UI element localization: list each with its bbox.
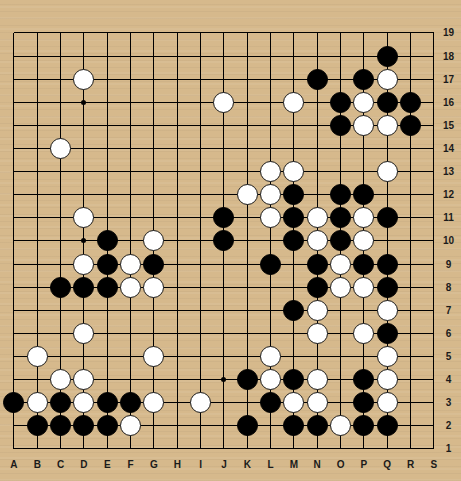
intersection-E9[interactable] (96, 252, 119, 275)
intersection-O8[interactable] (329, 276, 352, 299)
intersection-O4[interactable] (329, 368, 352, 391)
intersection-L18[interactable] (259, 45, 282, 68)
intersection-L12[interactable] (259, 183, 282, 206)
intersection-N3[interactable] (306, 391, 329, 414)
intersection-A8[interactable] (2, 276, 25, 299)
intersection-G15[interactable] (142, 114, 165, 137)
intersection-C8[interactable] (49, 276, 72, 299)
intersection-N13[interactable] (306, 160, 329, 183)
intersection-J19[interactable] (212, 21, 235, 44)
intersection-A1[interactable] (2, 437, 25, 460)
intersection-N15[interactable] (306, 114, 329, 137)
intersection-G13[interactable] (142, 160, 165, 183)
intersection-M18[interactable] (282, 45, 305, 68)
intersection-N6[interactable] (306, 322, 329, 345)
intersection-L16[interactable] (259, 91, 282, 114)
intersection-J4[interactable] (212, 368, 235, 391)
intersection-Q9[interactable] (376, 252, 399, 275)
intersection-E5[interactable] (96, 345, 119, 368)
intersection-J9[interactable] (212, 252, 235, 275)
intersection-D10[interactable] (72, 229, 95, 252)
intersection-F9[interactable] (119, 252, 142, 275)
intersection-B12[interactable] (26, 183, 49, 206)
intersection-H3[interactable] (166, 391, 189, 414)
intersection-H10[interactable] (166, 229, 189, 252)
intersection-N11[interactable] (306, 206, 329, 229)
intersection-R15[interactable] (399, 114, 422, 137)
intersection-A4[interactable] (2, 368, 25, 391)
intersection-L2[interactable] (259, 414, 282, 437)
intersection-B4[interactable] (26, 368, 49, 391)
intersection-P13[interactable] (352, 160, 375, 183)
intersection-P18[interactable] (352, 45, 375, 68)
intersection-A14[interactable] (2, 137, 25, 160)
intersection-R2[interactable] (399, 414, 422, 437)
intersection-Q12[interactable] (376, 183, 399, 206)
intersection-D13[interactable] (72, 160, 95, 183)
intersection-G14[interactable] (142, 137, 165, 160)
intersection-B7[interactable] (26, 299, 49, 322)
intersection-C13[interactable] (49, 160, 72, 183)
intersection-P11[interactable] (352, 206, 375, 229)
intersection-I6[interactable] (189, 322, 212, 345)
intersection-I16[interactable] (189, 91, 212, 114)
intersection-F5[interactable] (119, 345, 142, 368)
intersection-E16[interactable] (96, 91, 119, 114)
intersection-A18[interactable] (2, 45, 25, 68)
intersection-A10[interactable] (2, 229, 25, 252)
intersection-R16[interactable] (399, 91, 422, 114)
intersection-F6[interactable] (119, 322, 142, 345)
intersection-E1[interactable] (96, 437, 119, 460)
intersection-F7[interactable] (119, 299, 142, 322)
intersection-I13[interactable] (189, 160, 212, 183)
intersection-M10[interactable] (282, 229, 305, 252)
intersection-H9[interactable] (166, 252, 189, 275)
intersection-K13[interactable] (236, 160, 259, 183)
intersection-B14[interactable] (26, 137, 49, 160)
intersection-F3[interactable] (119, 391, 142, 414)
intersection-K9[interactable] (236, 252, 259, 275)
intersection-E12[interactable] (96, 183, 119, 206)
intersection-G2[interactable] (142, 414, 165, 437)
intersection-P2[interactable] (352, 414, 375, 437)
intersection-P7[interactable] (352, 299, 375, 322)
intersection-L11[interactable] (259, 206, 282, 229)
intersection-K17[interactable] (236, 68, 259, 91)
intersection-M5[interactable] (282, 345, 305, 368)
intersection-R11[interactable] (399, 206, 422, 229)
intersection-B3[interactable] (26, 391, 49, 414)
intersection-B13[interactable] (26, 160, 49, 183)
intersection-A15[interactable] (2, 114, 25, 137)
intersection-G6[interactable] (142, 322, 165, 345)
intersection-G5[interactable] (142, 345, 165, 368)
intersection-R10[interactable] (399, 229, 422, 252)
intersection-M2[interactable] (282, 414, 305, 437)
intersection-I5[interactable] (189, 345, 212, 368)
intersection-R12[interactable] (399, 183, 422, 206)
intersection-R9[interactable] (399, 252, 422, 275)
intersection-R7[interactable] (399, 299, 422, 322)
intersection-B18[interactable] (26, 45, 49, 68)
intersection-O11[interactable] (329, 206, 352, 229)
intersection-O19[interactable] (329, 21, 352, 44)
intersection-C10[interactable] (49, 229, 72, 252)
intersection-P5[interactable] (352, 345, 375, 368)
intersection-D4[interactable] (72, 368, 95, 391)
intersection-I8[interactable] (189, 276, 212, 299)
intersection-J13[interactable] (212, 160, 235, 183)
intersection-P1[interactable] (352, 437, 375, 460)
intersection-L9[interactable] (259, 252, 282, 275)
intersection-G7[interactable] (142, 299, 165, 322)
intersection-G16[interactable] (142, 91, 165, 114)
intersection-A6[interactable] (2, 322, 25, 345)
intersection-G12[interactable] (142, 183, 165, 206)
intersection-H12[interactable] (166, 183, 189, 206)
intersection-D1[interactable] (72, 437, 95, 460)
intersection-J15[interactable] (212, 114, 235, 137)
intersection-A7[interactable] (2, 299, 25, 322)
intersection-E7[interactable] (96, 299, 119, 322)
intersection-O15[interactable] (329, 114, 352, 137)
intersection-M14[interactable] (282, 137, 305, 160)
intersection-M11[interactable] (282, 206, 305, 229)
intersection-B19[interactable] (26, 21, 49, 44)
intersection-M9[interactable] (282, 252, 305, 275)
intersection-J10[interactable] (212, 229, 235, 252)
intersection-O14[interactable] (329, 137, 352, 160)
intersection-I14[interactable] (189, 137, 212, 160)
intersection-E19[interactable] (96, 21, 119, 44)
intersection-M3[interactable] (282, 391, 305, 414)
intersection-C5[interactable] (49, 345, 72, 368)
intersection-R14[interactable] (399, 137, 422, 160)
intersection-B2[interactable] (26, 414, 49, 437)
intersection-D11[interactable] (72, 206, 95, 229)
intersection-O17[interactable] (329, 68, 352, 91)
intersection-F10[interactable] (119, 229, 142, 252)
intersection-Q3[interactable] (376, 391, 399, 414)
intersection-P9[interactable] (352, 252, 375, 275)
intersection-A2[interactable] (2, 414, 25, 437)
intersection-G11[interactable] (142, 206, 165, 229)
intersection-Q8[interactable] (376, 276, 399, 299)
intersection-O16[interactable] (329, 91, 352, 114)
intersection-L3[interactable] (259, 391, 282, 414)
intersection-H4[interactable] (166, 368, 189, 391)
intersection-B16[interactable] (26, 91, 49, 114)
intersection-K19[interactable] (236, 21, 259, 44)
intersection-K12[interactable] (236, 183, 259, 206)
intersection-O6[interactable] (329, 322, 352, 345)
intersection-H1[interactable] (166, 437, 189, 460)
intersection-Q13[interactable] (376, 160, 399, 183)
intersection-P10[interactable] (352, 229, 375, 252)
intersection-D9[interactable] (72, 252, 95, 275)
intersection-C18[interactable] (49, 45, 72, 68)
intersection-A5[interactable] (2, 345, 25, 368)
intersection-R19[interactable] (399, 21, 422, 44)
intersection-O10[interactable] (329, 229, 352, 252)
intersection-A13[interactable] (2, 160, 25, 183)
intersection-E13[interactable] (96, 160, 119, 183)
intersection-Q4[interactable] (376, 368, 399, 391)
intersection-I7[interactable] (189, 299, 212, 322)
intersection-P3[interactable] (352, 391, 375, 414)
intersection-Q14[interactable] (376, 137, 399, 160)
intersection-M13[interactable] (282, 160, 305, 183)
intersection-L1[interactable] (259, 437, 282, 460)
intersection-K2[interactable] (236, 414, 259, 437)
intersection-F12[interactable] (119, 183, 142, 206)
intersection-Q17[interactable] (376, 68, 399, 91)
intersection-L17[interactable] (259, 68, 282, 91)
intersection-L7[interactable] (259, 299, 282, 322)
intersection-H2[interactable] (166, 414, 189, 437)
intersection-D16[interactable] (72, 91, 95, 114)
intersection-K5[interactable] (236, 345, 259, 368)
intersection-R5[interactable] (399, 345, 422, 368)
intersection-B11[interactable] (26, 206, 49, 229)
intersection-F1[interactable] (119, 437, 142, 460)
intersection-C16[interactable] (49, 91, 72, 114)
intersection-H11[interactable] (166, 206, 189, 229)
intersection-H13[interactable] (166, 160, 189, 183)
intersection-O18[interactable] (329, 45, 352, 68)
intersection-Q19[interactable] (376, 21, 399, 44)
intersection-P12[interactable] (352, 183, 375, 206)
intersection-O3[interactable] (329, 391, 352, 414)
intersection-K14[interactable] (236, 137, 259, 160)
intersection-O9[interactable] (329, 252, 352, 275)
intersection-C3[interactable] (49, 391, 72, 414)
intersection-P14[interactable] (352, 137, 375, 160)
intersection-E17[interactable] (96, 68, 119, 91)
intersection-F14[interactable] (119, 137, 142, 160)
intersection-B17[interactable] (26, 68, 49, 91)
intersection-E18[interactable] (96, 45, 119, 68)
intersection-G4[interactable] (142, 368, 165, 391)
intersection-Q15[interactable] (376, 114, 399, 137)
intersection-L5[interactable] (259, 345, 282, 368)
intersection-A19[interactable] (2, 21, 25, 44)
intersection-O13[interactable] (329, 160, 352, 183)
intersection-A17[interactable] (2, 68, 25, 91)
intersection-M6[interactable] (282, 322, 305, 345)
intersection-I19[interactable] (189, 21, 212, 44)
intersection-K6[interactable] (236, 322, 259, 345)
intersection-D6[interactable] (72, 322, 95, 345)
intersection-J16[interactable] (212, 91, 235, 114)
intersection-I10[interactable] (189, 229, 212, 252)
intersection-G19[interactable] (142, 21, 165, 44)
intersection-F16[interactable] (119, 91, 142, 114)
intersection-E15[interactable] (96, 114, 119, 137)
intersection-F18[interactable] (119, 45, 142, 68)
intersection-L4[interactable] (259, 368, 282, 391)
intersection-K1[interactable] (236, 437, 259, 460)
intersection-Q10[interactable] (376, 229, 399, 252)
intersection-N7[interactable] (306, 299, 329, 322)
intersection-R8[interactable] (399, 276, 422, 299)
intersection-C19[interactable] (49, 21, 72, 44)
intersection-A16[interactable] (2, 91, 25, 114)
intersection-I12[interactable] (189, 183, 212, 206)
intersection-L13[interactable] (259, 160, 282, 183)
intersection-B6[interactable] (26, 322, 49, 345)
intersection-K16[interactable] (236, 91, 259, 114)
intersection-C12[interactable] (49, 183, 72, 206)
intersection-G17[interactable] (142, 68, 165, 91)
intersection-J11[interactable] (212, 206, 235, 229)
intersection-N18[interactable] (306, 45, 329, 68)
intersection-H7[interactable] (166, 299, 189, 322)
intersection-P17[interactable] (352, 68, 375, 91)
intersection-Q1[interactable] (376, 437, 399, 460)
intersection-R6[interactable] (399, 322, 422, 345)
intersection-I17[interactable] (189, 68, 212, 91)
intersection-Q16[interactable] (376, 91, 399, 114)
intersection-K11[interactable] (236, 206, 259, 229)
intersection-C9[interactable] (49, 252, 72, 275)
intersection-D14[interactable] (72, 137, 95, 160)
intersection-M7[interactable] (282, 299, 305, 322)
intersection-P8[interactable] (352, 276, 375, 299)
intersection-R17[interactable] (399, 68, 422, 91)
intersection-F2[interactable] (119, 414, 142, 437)
intersection-N4[interactable] (306, 368, 329, 391)
intersection-F15[interactable] (119, 114, 142, 137)
intersection-R3[interactable] (399, 391, 422, 414)
intersection-H17[interactable] (166, 68, 189, 91)
intersection-M15[interactable] (282, 114, 305, 137)
intersection-D5[interactable] (72, 345, 95, 368)
intersection-Q2[interactable] (376, 414, 399, 437)
intersection-E2[interactable] (96, 414, 119, 437)
intersection-B5[interactable] (26, 345, 49, 368)
intersection-E3[interactable] (96, 391, 119, 414)
intersection-N9[interactable] (306, 252, 329, 275)
intersection-Q6[interactable] (376, 322, 399, 345)
intersection-L6[interactable] (259, 322, 282, 345)
intersection-B1[interactable] (26, 437, 49, 460)
intersection-C15[interactable] (49, 114, 72, 137)
intersection-Q11[interactable] (376, 206, 399, 229)
intersection-D2[interactable] (72, 414, 95, 437)
intersection-H15[interactable] (166, 114, 189, 137)
intersection-R4[interactable] (399, 368, 422, 391)
intersection-O7[interactable] (329, 299, 352, 322)
intersection-H8[interactable] (166, 276, 189, 299)
intersection-P16[interactable] (352, 91, 375, 114)
intersection-J17[interactable] (212, 68, 235, 91)
intersection-J1[interactable] (212, 437, 235, 460)
intersection-K8[interactable] (236, 276, 259, 299)
intersection-I18[interactable] (189, 45, 212, 68)
intersection-J12[interactable] (212, 183, 235, 206)
intersection-H16[interactable] (166, 91, 189, 114)
intersection-N8[interactable] (306, 276, 329, 299)
intersection-N2[interactable] (306, 414, 329, 437)
intersection-N1[interactable] (306, 437, 329, 460)
intersection-E14[interactable] (96, 137, 119, 160)
intersection-D15[interactable] (72, 114, 95, 137)
intersection-H14[interactable] (166, 137, 189, 160)
intersection-E4[interactable] (96, 368, 119, 391)
intersection-B15[interactable] (26, 114, 49, 137)
intersection-F19[interactable] (119, 21, 142, 44)
intersection-N16[interactable] (306, 91, 329, 114)
intersection-N10[interactable] (306, 229, 329, 252)
intersection-K7[interactable] (236, 299, 259, 322)
intersection-J8[interactable] (212, 276, 235, 299)
intersection-B8[interactable] (26, 276, 49, 299)
intersection-G10[interactable] (142, 229, 165, 252)
intersection-F8[interactable] (119, 276, 142, 299)
intersection-P19[interactable] (352, 21, 375, 44)
intersection-G9[interactable] (142, 252, 165, 275)
intersection-R13[interactable] (399, 160, 422, 183)
intersection-K4[interactable] (236, 368, 259, 391)
intersection-B10[interactable] (26, 229, 49, 252)
intersection-J2[interactable] (212, 414, 235, 437)
intersection-R18[interactable] (399, 45, 422, 68)
intersection-M19[interactable] (282, 21, 305, 44)
intersection-H5[interactable] (166, 345, 189, 368)
intersection-P15[interactable] (352, 114, 375, 137)
intersection-C1[interactable] (49, 437, 72, 460)
intersection-Q18[interactable] (376, 45, 399, 68)
intersection-L8[interactable] (259, 276, 282, 299)
intersection-E10[interactable] (96, 229, 119, 252)
intersection-J14[interactable] (212, 137, 235, 160)
intersection-F13[interactable] (119, 160, 142, 183)
intersection-J7[interactable] (212, 299, 235, 322)
intersection-I1[interactable] (189, 437, 212, 460)
intersection-F17[interactable] (119, 68, 142, 91)
intersection-H19[interactable] (166, 21, 189, 44)
intersection-C4[interactable] (49, 368, 72, 391)
intersection-G18[interactable] (142, 45, 165, 68)
intersection-O12[interactable] (329, 183, 352, 206)
intersection-H6[interactable] (166, 322, 189, 345)
intersection-M8[interactable] (282, 276, 305, 299)
intersection-H18[interactable] (166, 45, 189, 68)
intersection-R1[interactable] (399, 437, 422, 460)
intersection-O2[interactable] (329, 414, 352, 437)
intersection-C17[interactable] (49, 68, 72, 91)
intersection-M4[interactable] (282, 368, 305, 391)
intersection-O5[interactable] (329, 345, 352, 368)
intersection-I11[interactable] (189, 206, 212, 229)
intersection-G8[interactable] (142, 276, 165, 299)
intersection-K18[interactable] (236, 45, 259, 68)
intersection-F11[interactable] (119, 206, 142, 229)
intersection-I15[interactable] (189, 114, 212, 137)
intersection-K10[interactable] (236, 229, 259, 252)
intersection-L15[interactable] (259, 114, 282, 137)
intersection-K3[interactable] (236, 391, 259, 414)
intersection-K15[interactable] (236, 114, 259, 137)
intersection-B9[interactable] (26, 252, 49, 275)
intersection-C11[interactable] (49, 206, 72, 229)
intersection-F4[interactable] (119, 368, 142, 391)
intersection-C7[interactable] (49, 299, 72, 322)
intersection-M16[interactable] (282, 91, 305, 114)
intersection-I3[interactable] (189, 391, 212, 414)
